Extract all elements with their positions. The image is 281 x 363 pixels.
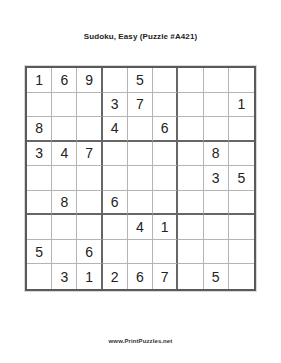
cell-r7c2	[52, 215, 77, 240]
cell-r9c5: 6	[128, 264, 153, 289]
cell-r6c2: 8	[52, 191, 77, 216]
cell-r4c4	[103, 142, 128, 167]
cell-r8c3: 6	[77, 240, 102, 265]
cell-r7c7	[178, 215, 203, 240]
cell-r3c9	[229, 117, 254, 142]
cell-r3c8	[204, 117, 229, 142]
cell-r6c5	[128, 191, 153, 216]
cell-r8c6	[153, 240, 178, 265]
cell-r6c1	[27, 191, 52, 216]
cell-r5c5	[128, 166, 153, 191]
cell-r1c8	[204, 68, 229, 93]
cell-r2c7	[178, 93, 203, 118]
cell-r4c2: 4	[52, 142, 77, 167]
cell-r2c8	[204, 93, 229, 118]
cell-r9c1	[27, 264, 52, 289]
cell-r5c7	[178, 166, 203, 191]
cell-r8c1: 5	[27, 240, 52, 265]
cell-r1c1: 1	[27, 68, 52, 93]
cell-r9c2: 3	[52, 264, 77, 289]
cell-r6c6	[153, 191, 178, 216]
cell-r5c4	[103, 166, 128, 191]
cell-r8c4	[103, 240, 128, 265]
cell-r8c8	[204, 240, 229, 265]
cell-r8c7	[178, 240, 203, 265]
cell-r6c9	[229, 191, 254, 216]
cell-r5c2	[52, 166, 77, 191]
cell-r2c5: 7	[128, 93, 153, 118]
cell-r2c9: 1	[229, 93, 254, 118]
cell-r1c5: 5	[128, 68, 153, 93]
cell-r7c3	[77, 215, 102, 240]
cell-r3c5	[128, 117, 153, 142]
cell-r1c9	[229, 68, 254, 93]
cell-r9c6: 7	[153, 264, 178, 289]
cell-r7c5: 4	[128, 215, 153, 240]
cell-r3c3	[77, 117, 102, 142]
cell-r8c9	[229, 240, 254, 265]
cell-r9c4: 2	[103, 264, 128, 289]
cell-r2c2	[52, 93, 77, 118]
cell-r2c1	[27, 93, 52, 118]
cell-r2c3	[77, 93, 102, 118]
cell-r6c8	[204, 191, 229, 216]
cell-r4c9	[229, 142, 254, 167]
footer-site-url: www.PrintPuzzles.net	[0, 338, 281, 344]
sudoku-grid: 1695371846347835864156312675	[25, 66, 256, 291]
cell-r9c3: 1	[77, 264, 102, 289]
cell-r6c3	[77, 191, 102, 216]
cell-r1c3: 9	[77, 68, 102, 93]
cell-r6c7	[178, 191, 203, 216]
cell-r7c6: 1	[153, 215, 178, 240]
cell-r5c6	[153, 166, 178, 191]
cell-r4c6	[153, 142, 178, 167]
cell-r4c1: 3	[27, 142, 52, 167]
cell-r1c4	[103, 68, 128, 93]
cell-r9c8: 5	[204, 264, 229, 289]
cell-r3c6: 6	[153, 117, 178, 142]
cell-r1c6	[153, 68, 178, 93]
cell-r3c1: 8	[27, 117, 52, 142]
cell-r9c9	[229, 264, 254, 289]
cell-r4c5	[128, 142, 153, 167]
cell-r5c1	[27, 166, 52, 191]
cell-r1c2: 6	[52, 68, 77, 93]
cell-r5c9: 5	[229, 166, 254, 191]
cell-r7c8	[204, 215, 229, 240]
cell-r4c8: 8	[204, 142, 229, 167]
cell-r7c1	[27, 215, 52, 240]
cell-r4c7	[178, 142, 203, 167]
cell-r5c8: 3	[204, 166, 229, 191]
cell-r3c7	[178, 117, 203, 142]
printable-sudoku-page: Sudoku, Easy (Puzzle #A421) 169537184634…	[0, 0, 281, 363]
puzzle-title: Sudoku, Easy (Puzzle #A421)	[0, 32, 281, 41]
cell-r7c9	[229, 215, 254, 240]
cell-r6c4: 6	[103, 191, 128, 216]
cell-r8c2	[52, 240, 77, 265]
cell-r8c5	[128, 240, 153, 265]
cell-r5c3	[77, 166, 102, 191]
cell-r2c6	[153, 93, 178, 118]
cell-r3c4: 4	[103, 117, 128, 142]
cell-r7c4	[103, 215, 128, 240]
cell-r4c3: 7	[77, 142, 102, 167]
cell-r9c7	[178, 264, 203, 289]
cell-r1c7	[178, 68, 203, 93]
cell-r2c4: 3	[103, 93, 128, 118]
cell-r3c2	[52, 117, 77, 142]
